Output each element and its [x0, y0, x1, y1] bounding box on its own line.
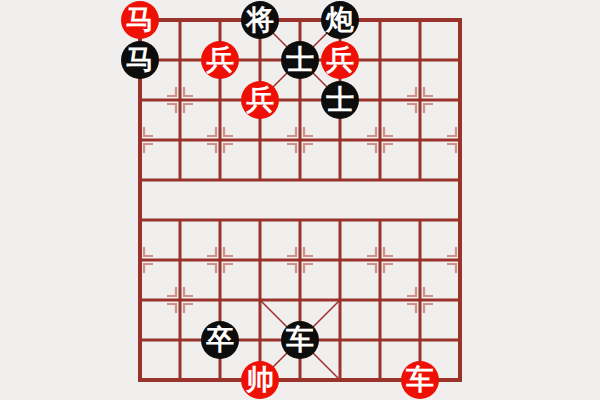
piece-black-general[interactable]: 将	[241, 1, 279, 39]
piece-black-cannon[interactable]: 炮	[321, 1, 359, 39]
piece-glyph: 士	[286, 46, 314, 74]
piece-glyph: 马	[126, 46, 154, 74]
piece-glyph: 兵	[206, 46, 234, 74]
piece-red-soldier[interactable]: 兵	[201, 41, 239, 79]
piece-black-advisor[interactable]: 士	[321, 81, 359, 119]
piece-black-chariot[interactable]: 车	[281, 321, 319, 359]
piece-glyph: 兵	[326, 46, 354, 74]
piece-glyph: 车	[286, 326, 314, 354]
piece-glyph: 马	[126, 6, 154, 34]
piece-red-general[interactable]: 帅	[241, 361, 279, 399]
piece-glyph: 将	[246, 6, 274, 34]
piece-black-advisor[interactable]: 士	[281, 41, 319, 79]
board-grid[interactable]: 马将炮马兵士兵兵士卒车帅车	[120, 0, 480, 400]
piece-glyph: 车	[406, 366, 434, 394]
piece-red-chariot[interactable]: 车	[401, 361, 439, 399]
piece-red-soldier[interactable]: 兵	[321, 41, 359, 79]
piece-glyph: 兵	[246, 86, 274, 114]
xiangqi-app-canvas: 马将炮马兵士兵兵士卒车帅车	[0, 0, 600, 400]
piece-glyph: 士	[326, 86, 354, 114]
piece-glyph: 炮	[326, 6, 354, 34]
piece-black-horse[interactable]: 马	[121, 41, 159, 79]
piece-black-soldier[interactable]: 卒	[201, 321, 239, 359]
piece-glyph: 卒	[206, 326, 234, 354]
piece-red-horse[interactable]: 马	[121, 1, 159, 39]
piece-red-soldier[interactable]: 兵	[241, 81, 279, 119]
piece-glyph: 帅	[246, 366, 274, 394]
